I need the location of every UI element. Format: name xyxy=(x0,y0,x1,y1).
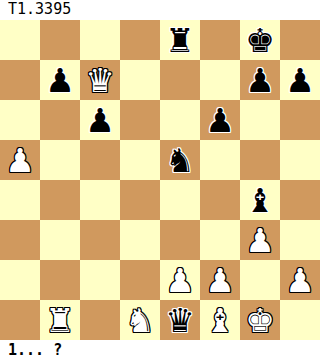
piece-white-pawn[interactable]: ♟ xyxy=(280,260,320,300)
square-b4[interactable] xyxy=(40,180,80,220)
square-g1[interactable]: ♚ xyxy=(240,300,280,340)
piece-black-knight[interactable]: ♞ xyxy=(160,140,200,180)
square-g8[interactable]: ♚ xyxy=(240,20,280,60)
chess-board: ♜♚♟♛♟♟♟♟♟♞♝♟♟♟♟♜♞♛♝♚ xyxy=(0,20,320,340)
piece-black-rook[interactable]: ♜ xyxy=(160,20,200,60)
square-f6[interactable]: ♟ xyxy=(200,100,240,140)
square-e8[interactable]: ♜ xyxy=(160,20,200,60)
square-b3[interactable] xyxy=(40,220,80,260)
piece-white-pawn[interactable]: ♟ xyxy=(200,260,240,300)
square-f8[interactable] xyxy=(200,20,240,60)
square-a8[interactable] xyxy=(0,20,40,60)
square-d6[interactable] xyxy=(120,100,160,140)
square-c1[interactable] xyxy=(80,300,120,340)
square-b2[interactable] xyxy=(40,260,80,300)
piece-black-pawn[interactable]: ♟ xyxy=(240,60,280,100)
square-h5[interactable] xyxy=(280,140,320,180)
square-c6[interactable]: ♟ xyxy=(80,100,120,140)
square-d1[interactable]: ♞ xyxy=(120,300,160,340)
square-h2[interactable]: ♟ xyxy=(280,260,320,300)
piece-white-rook[interactable]: ♜ xyxy=(40,300,80,340)
square-d5[interactable] xyxy=(120,140,160,180)
square-c5[interactable] xyxy=(80,140,120,180)
square-h1[interactable] xyxy=(280,300,320,340)
square-a7[interactable] xyxy=(0,60,40,100)
square-f7[interactable] xyxy=(200,60,240,100)
square-a3[interactable] xyxy=(0,220,40,260)
square-f2[interactable]: ♟ xyxy=(200,260,240,300)
square-g2[interactable] xyxy=(240,260,280,300)
square-h6[interactable] xyxy=(280,100,320,140)
square-f5[interactable] xyxy=(200,140,240,180)
piece-black-pawn[interactable]: ♟ xyxy=(40,60,80,100)
square-h7[interactable]: ♟ xyxy=(280,60,320,100)
square-e3[interactable] xyxy=(160,220,200,260)
piece-white-queen[interactable]: ♛ xyxy=(80,60,120,100)
square-a6[interactable] xyxy=(0,100,40,140)
square-c4[interactable] xyxy=(80,180,120,220)
square-b7[interactable]: ♟ xyxy=(40,60,80,100)
piece-black-pawn[interactable]: ♟ xyxy=(280,60,320,100)
move-prompt: 1... ? xyxy=(0,340,320,360)
piece-black-pawn[interactable]: ♟ xyxy=(80,100,120,140)
square-a2[interactable] xyxy=(0,260,40,300)
square-f1[interactable]: ♝ xyxy=(200,300,240,340)
square-g6[interactable] xyxy=(240,100,280,140)
square-h3[interactable] xyxy=(280,220,320,260)
square-e6[interactable] xyxy=(160,100,200,140)
square-d7[interactable] xyxy=(120,60,160,100)
square-e7[interactable] xyxy=(160,60,200,100)
square-e1[interactable]: ♛ xyxy=(160,300,200,340)
square-c3[interactable] xyxy=(80,220,120,260)
piece-white-pawn[interactable]: ♟ xyxy=(240,220,280,260)
square-b8[interactable] xyxy=(40,20,80,60)
square-e4[interactable] xyxy=(160,180,200,220)
square-b1[interactable]: ♜ xyxy=(40,300,80,340)
square-d3[interactable] xyxy=(120,220,160,260)
piece-black-king[interactable]: ♚ xyxy=(240,20,280,60)
square-b5[interactable] xyxy=(40,140,80,180)
square-d4[interactable] xyxy=(120,180,160,220)
square-d8[interactable] xyxy=(120,20,160,60)
square-e5[interactable]: ♞ xyxy=(160,140,200,180)
piece-white-bishop[interactable]: ♝ xyxy=(200,300,240,340)
square-a5[interactable]: ♟ xyxy=(0,140,40,180)
square-a4[interactable] xyxy=(0,180,40,220)
square-c2[interactable] xyxy=(80,260,120,300)
square-h4[interactable] xyxy=(280,180,320,220)
square-g5[interactable] xyxy=(240,140,280,180)
square-f4[interactable] xyxy=(200,180,240,220)
piece-white-king[interactable]: ♚ xyxy=(240,300,280,340)
square-b6[interactable] xyxy=(40,100,80,140)
square-g7[interactable]: ♟ xyxy=(240,60,280,100)
piece-black-pawn[interactable]: ♟ xyxy=(200,100,240,140)
piece-white-pawn[interactable]: ♟ xyxy=(0,140,40,180)
piece-white-pawn[interactable]: ♟ xyxy=(160,260,200,300)
puzzle-id: T1.3395 xyxy=(0,0,320,20)
square-c7[interactable]: ♛ xyxy=(80,60,120,100)
square-f3[interactable] xyxy=(200,220,240,260)
square-a1[interactable] xyxy=(0,300,40,340)
piece-black-bishop[interactable]: ♝ xyxy=(240,180,280,220)
square-g3[interactable]: ♟ xyxy=(240,220,280,260)
piece-white-knight[interactable]: ♞ xyxy=(120,300,160,340)
square-h8[interactable] xyxy=(280,20,320,60)
square-g4[interactable]: ♝ xyxy=(240,180,280,220)
piece-black-queen[interactable]: ♛ xyxy=(160,300,200,340)
square-c8[interactable] xyxy=(80,20,120,60)
square-d2[interactable] xyxy=(120,260,160,300)
square-e2[interactable]: ♟ xyxy=(160,260,200,300)
